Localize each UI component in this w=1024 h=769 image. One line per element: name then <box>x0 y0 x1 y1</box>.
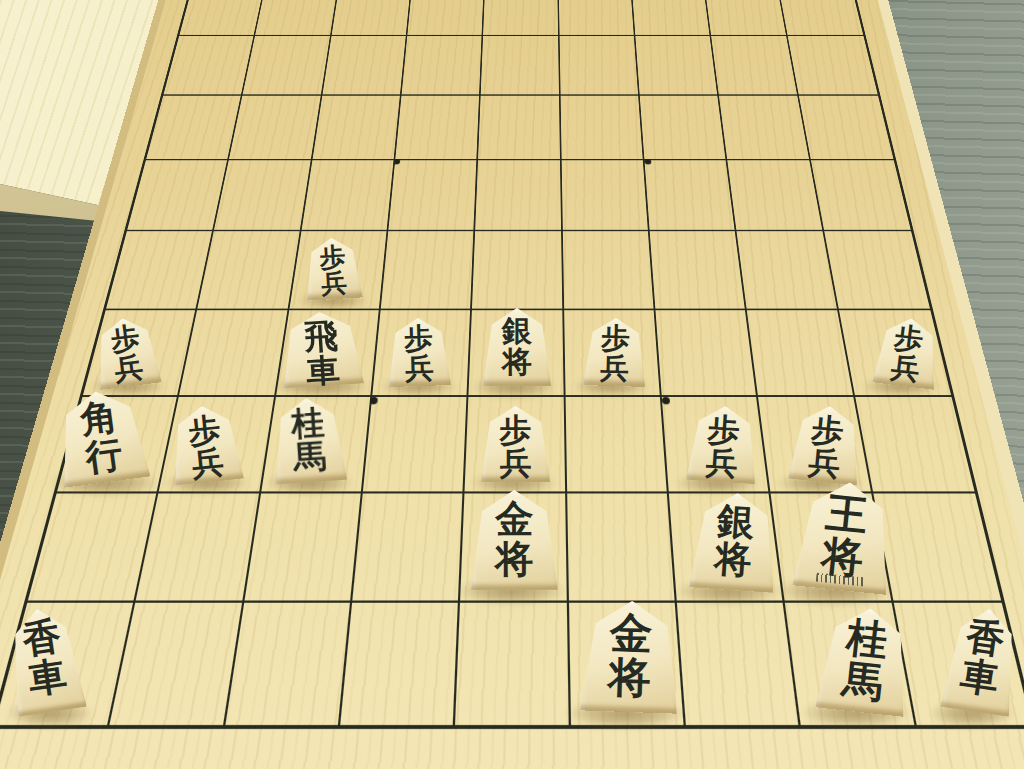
piece-王将-2八[interactable]: 王将 <box>793 477 898 594</box>
piece-kanji: 兵 <box>190 445 225 481</box>
piece-銀将-3八[interactable]: 銀将 <box>689 491 780 593</box>
piece-kanji: 桂 <box>844 615 889 661</box>
piece-kanji: 金 <box>609 610 653 656</box>
piece-kanji: 兵 <box>320 270 347 298</box>
piece-kanji: 将 <box>713 539 753 580</box>
piece-歩兵-4六[interactable]: 歩兵 <box>583 317 647 387</box>
piece-桂馬-2九[interactable]: 桂馬 <box>815 603 914 716</box>
piece-kanji: 金 <box>495 499 533 539</box>
piece-歩兵-8七[interactable]: 歩兵 <box>168 403 244 485</box>
piece-歩兵-6六[interactable]: 歩兵 <box>387 317 451 387</box>
piece-kanji: 馬 <box>293 439 328 475</box>
piece-kanji: 兵 <box>599 353 628 384</box>
piece-kanji: 歩 <box>600 323 629 354</box>
piece-香車-1九[interactable]: 香車 <box>940 604 1023 717</box>
shogi-board-photo: 歩兵歩兵飛車歩兵銀将歩兵歩兵角行歩兵桂馬歩兵歩兵歩兵金将銀将王将香車金将桂馬香車 <box>0 0 1024 769</box>
piece-kanji: 将 <box>495 539 533 579</box>
piece-歩兵-2七[interactable]: 歩兵 <box>788 403 864 485</box>
piece-kanji: 行 <box>84 435 125 477</box>
piece-角行-9七[interactable]: 角行 <box>53 386 151 488</box>
piece-飛車-7六[interactable]: 飛車 <box>279 310 364 389</box>
piece-kanji: 車 <box>958 655 1001 700</box>
piece-銀将-5六[interactable]: 銀将 <box>483 308 551 386</box>
piece-kanji: 将 <box>608 654 652 700</box>
piece-kanji: 車 <box>25 655 68 700</box>
piece-歩兵-7五[interactable]: 歩兵 <box>303 237 362 302</box>
piece-kanji: 兵 <box>500 446 532 479</box>
piece-金将-4九[interactable]: 金将 <box>580 599 681 714</box>
pieces-layer: 歩兵歩兵飛車歩兵銀将歩兵歩兵角行歩兵桂馬歩兵歩兵歩兵金将銀将王将香車金将桂馬香車 <box>0 0 1024 769</box>
piece-kanji: 兵 <box>405 353 434 384</box>
piece-歩兵-9六[interactable]: 歩兵 <box>92 314 162 389</box>
piece-kanji: 車 <box>305 353 341 390</box>
piece-kanji: 兵 <box>890 352 922 385</box>
piece-kanji: 銀 <box>502 315 532 346</box>
piece-kanji: 歩 <box>500 413 532 446</box>
piece-香車-9九[interactable]: 香車 <box>3 604 87 717</box>
piece-kanji: 兵 <box>704 445 738 480</box>
piece-歩兵-3七[interactable]: 歩兵 <box>686 404 760 484</box>
piece-桂馬-7七[interactable]: 桂馬 <box>271 396 348 485</box>
piece-kanji: 兵 <box>113 352 145 385</box>
piece-kanji: 歩 <box>404 323 433 354</box>
piece-kanji: 歩 <box>707 412 741 447</box>
piece-kanji: 将 <box>820 533 866 580</box>
piece-kanji: 将 <box>502 346 532 377</box>
piece-金将-5八[interactable]: 金将 <box>471 490 558 590</box>
piece-kanji: 馬 <box>840 657 885 703</box>
piece-kanji: 兵 <box>807 445 842 481</box>
piece-歩兵-1六[interactable]: 歩兵 <box>873 314 943 389</box>
piece-歩兵-5七[interactable]: 歩兵 <box>481 406 550 482</box>
